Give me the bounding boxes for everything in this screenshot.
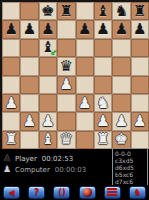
square-e2[interactable]	[76, 112, 94, 130]
menu-lines-icon	[107, 188, 117, 197]
black-rook: ♜	[133, 4, 146, 19]
white-queen: ♛	[60, 132, 73, 147]
status-panel: ♟ Player 00:02:53 ♟ Computer 00:00:03 0-…	[0, 149, 149, 184]
move-list-item: c3xd5	[115, 157, 147, 164]
black-pawn: ♟	[115, 22, 128, 37]
square-c7[interactable]: ♟	[39, 20, 57, 38]
black-pawn: ♟	[41, 22, 54, 37]
square-c2[interactable]: ♟	[39, 112, 57, 130]
back-triangle-icon: ◀	[8, 189, 14, 197]
menu-button[interactable]	[104, 186, 121, 199]
move-list[interactable]: 0-0-0c3xd5d6xd5b5xc6d7xc6	[112, 148, 148, 187]
square-f5[interactable]	[94, 57, 112, 75]
white-king: ♚	[115, 132, 128, 147]
square-b7[interactable]: ♟	[20, 20, 38, 38]
square-e7[interactable]: ♟	[76, 20, 94, 38]
computer-name: Computer	[15, 166, 50, 174]
globe-button[interactable]	[79, 186, 96, 199]
square-h8[interactable]: ♜	[131, 2, 149, 20]
square-a2[interactable]	[2, 112, 20, 130]
square-h1[interactable]	[131, 131, 149, 149]
square-g1[interactable]: ♚	[112, 131, 130, 149]
square-e4[interactable]	[76, 76, 94, 94]
square-b6[interactable]	[20, 39, 38, 57]
square-e6[interactable]	[76, 39, 94, 57]
black-pawn: ♟	[23, 22, 36, 37]
square-a5[interactable]	[2, 57, 20, 75]
toolbar: ◀?()♞	[0, 185, 149, 200]
square-b2[interactable]: ♟	[20, 112, 38, 130]
parentheses-icon: ()	[58, 189, 65, 197]
white-pawn: ♟	[115, 114, 128, 129]
black-queen: ♛	[60, 59, 73, 74]
move-list-item: 0-0-0	[115, 150, 147, 157]
square-a3[interactable]: ♟	[2, 94, 20, 112]
player-name: Player	[15, 155, 37, 163]
white-pawn: ♟	[96, 114, 109, 129]
square-d1[interactable]: ♛	[57, 131, 75, 149]
square-c6[interactable]: ♝↙	[39, 39, 57, 57]
move-list-item: d6xd5	[115, 164, 147, 171]
square-a6[interactable]	[2, 39, 20, 57]
square-f3[interactable]: ♞	[94, 94, 112, 112]
square-d2[interactable]	[57, 112, 75, 130]
square-a7[interactable]: ♟	[2, 20, 20, 38]
square-f4[interactable]	[94, 76, 112, 94]
square-g7[interactable]: ♟	[112, 20, 130, 38]
square-f6[interactable]	[94, 39, 112, 57]
square-d5[interactable]: ♛	[57, 57, 75, 75]
chess-board: ♚♜♝♞♜♟♟♟♟♟♟♟♝↙♛♟♟♟♞♟♟♟♟♟♜♝♛♜♚	[0, 0, 149, 149]
white-pawn: ♟	[78, 96, 91, 111]
square-d7[interactable]	[57, 20, 75, 38]
black-pawn-icon: ♟	[3, 154, 12, 163]
white-pawn: ♟	[4, 96, 17, 111]
white-rook: ♜	[4, 132, 17, 147]
square-e5[interactable]	[76, 57, 94, 75]
square-b1[interactable]	[20, 131, 38, 149]
back-button[interactable]: ◀	[3, 186, 20, 199]
computer-clock-row: ♟ Computer 00:00:03	[3, 164, 112, 175]
square-f2[interactable]: ♟	[94, 112, 112, 130]
knight-icon: ♞	[133, 188, 141, 197]
knight-button[interactable]: ♞	[129, 186, 146, 199]
white-bishop: ♝	[41, 132, 54, 147]
square-a4[interactable]	[2, 76, 20, 94]
black-rook: ♜	[60, 4, 73, 19]
square-b8[interactable]	[20, 2, 38, 20]
square-c1[interactable]: ♝	[39, 131, 57, 149]
square-e1[interactable]	[76, 131, 94, 149]
square-c5[interactable]	[39, 57, 57, 75]
help-button[interactable]: ?	[28, 186, 45, 199]
square-h7[interactable]: ♟	[131, 20, 149, 38]
square-h2[interactable]: ♟	[131, 112, 149, 130]
white-pawn-icon: ♟	[3, 165, 12, 174]
square-h4[interactable]	[131, 76, 149, 94]
square-f1[interactable]: ♜	[94, 131, 112, 149]
square-a8[interactable]	[2, 2, 20, 20]
black-pawn: ♟	[4, 22, 17, 37]
square-g2[interactable]: ♟	[112, 112, 130, 130]
globe-icon	[83, 188, 92, 197]
square-b4[interactable]	[20, 76, 38, 94]
square-g3[interactable]	[112, 94, 130, 112]
white-rook: ♜	[96, 132, 109, 147]
square-e3[interactable]: ♟	[76, 94, 94, 112]
square-d8[interactable]: ♜	[57, 2, 75, 20]
square-h3[interactable]	[131, 94, 149, 112]
black-knight: ♞	[115, 4, 128, 19]
square-h6[interactable]	[131, 39, 149, 57]
square-g8[interactable]: ♞	[112, 2, 130, 20]
square-c8[interactable]: ♚	[39, 2, 57, 20]
player-time: 00:02:53	[42, 155, 73, 163]
white-pawn: ♟	[133, 114, 146, 129]
black-bishop: ♝	[96, 4, 109, 19]
black-king: ♚	[41, 4, 54, 19]
computer-time: 00:00:03	[55, 166, 86, 174]
black-pawn: ♟	[133, 22, 146, 37]
square-f8[interactable]: ♝	[94, 2, 112, 20]
black-pawn: ♟	[78, 22, 91, 37]
white-pawn: ♟	[41, 114, 54, 129]
square-h5[interactable]	[131, 57, 149, 75]
white-pawn: ♟	[23, 114, 36, 129]
white-knight: ♞	[96, 96, 109, 111]
square-d6[interactable]	[57, 39, 75, 57]
black-pawn: ♟	[96, 22, 109, 37]
square-g5[interactable]	[112, 57, 130, 75]
clocks: ♟ Player 00:02:53 ♟ Computer 00:00:03	[0, 149, 112, 184]
square-c3[interactable]	[39, 94, 57, 112]
square-c4[interactable]	[39, 76, 57, 94]
square-a1[interactable]: ♜	[2, 131, 20, 149]
white-pawn: ♟	[60, 77, 73, 92]
rotate-button[interactable]: ()	[53, 186, 70, 199]
question-icon: ?	[34, 188, 39, 197]
square-g4[interactable]	[112, 76, 130, 94]
square-d3[interactable]	[57, 94, 75, 112]
player-clock-row: ♟ Player 00:02:53	[3, 153, 112, 164]
square-f7[interactable]: ♟	[94, 20, 112, 38]
square-b5[interactable]	[20, 57, 38, 75]
square-d4[interactable]: ♟	[57, 76, 75, 94]
move-list-item: d7xc6	[115, 178, 147, 185]
move-list-item: b5xc6	[115, 171, 147, 178]
square-b3[interactable]	[20, 94, 38, 112]
square-e8[interactable]	[76, 2, 94, 20]
square-g6[interactable]	[112, 39, 130, 57]
last-move-arrow-icon: ↙	[50, 49, 57, 57]
